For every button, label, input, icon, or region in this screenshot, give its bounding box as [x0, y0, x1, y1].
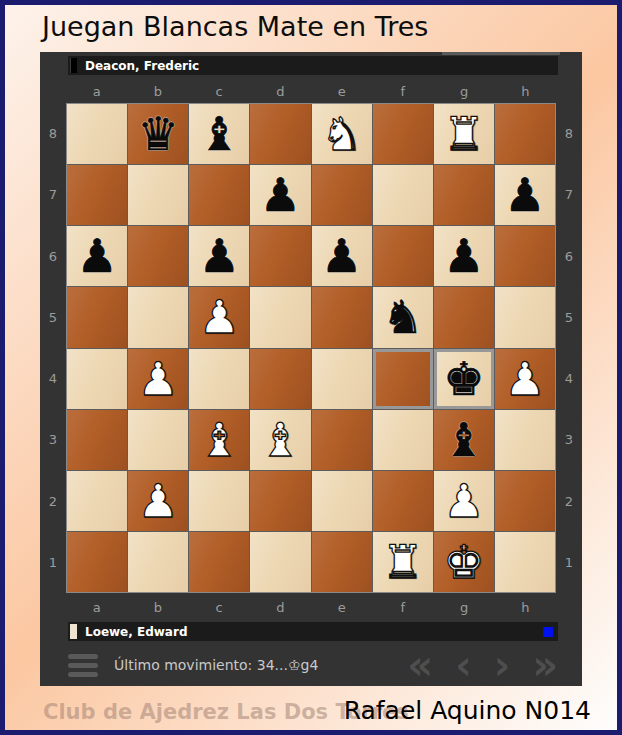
white-bishop-icon: ♝	[199, 417, 240, 463]
file-label-g: g	[434, 79, 495, 103]
black-queen-icon: ♛	[138, 111, 179, 157]
rank-label-5: 5	[40, 287, 66, 348]
file-label-a: a	[66, 79, 127, 103]
square-d2[interactable]	[250, 471, 310, 531]
square-d8[interactable]	[250, 104, 310, 164]
white-king-icon: ♚	[443, 539, 484, 585]
square-h3[interactable]	[495, 410, 555, 470]
square-h6[interactable]	[495, 226, 555, 286]
white-rook-icon: ♜	[382, 539, 423, 585]
square-g2[interactable]: ♟	[434, 471, 494, 531]
square-c5[interactable]: ♟	[189, 287, 249, 347]
file-label-h: h	[495, 79, 556, 103]
hamburger-icon	[68, 672, 98, 677]
square-g7[interactable]	[434, 165, 494, 225]
square-a6[interactable]: ♟	[67, 226, 127, 286]
nav-next-button[interactable]: ›	[494, 645, 510, 685]
black-pawn-icon: ♟	[76, 233, 117, 279]
rank-label-1: 1	[40, 532, 66, 593]
white-pawn-icon: ♟	[138, 356, 179, 402]
move-navigation: «‹›»	[407, 645, 558, 685]
square-g5[interactable]	[434, 287, 494, 347]
black-pawn-icon: ♟	[199, 233, 240, 279]
rank-label-2: 2	[556, 471, 582, 532]
hamburger-icon	[68, 654, 98, 659]
last-move-text: Último movimiento: 34...♔g4	[114, 657, 318, 673]
white-pawn-icon: ♟	[199, 294, 240, 340]
rank-labels-left: 87654321	[40, 103, 66, 593]
square-a4[interactable]	[67, 349, 127, 409]
square-h2[interactable]	[495, 471, 555, 531]
black-side-indicator	[70, 58, 77, 73]
black-pawn-icon: ♟	[260, 172, 301, 218]
file-label-h: h	[495, 595, 556, 619]
square-e2[interactable]	[312, 471, 372, 531]
square-a8[interactable]	[67, 104, 127, 164]
black-knight-icon: ♞	[382, 294, 423, 340]
square-c4[interactable]	[189, 349, 249, 409]
square-h1[interactable]	[495, 532, 555, 592]
white-player-name: Loewe, Edward	[85, 625, 187, 639]
square-b8[interactable]: ♛	[128, 104, 188, 164]
file-label-b: b	[127, 79, 188, 103]
square-g8[interactable]: ♜	[434, 104, 494, 164]
rank-label-4: 4	[556, 348, 582, 409]
black-king-icon: ♚	[443, 356, 484, 402]
rank-label-2: 2	[40, 471, 66, 532]
square-e3[interactable]	[312, 410, 372, 470]
square-c7[interactable]	[189, 165, 249, 225]
square-h8[interactable]	[495, 104, 555, 164]
white-pawn-icon: ♟	[504, 356, 545, 402]
controls-bar: Último movimiento: 34...♔g4 «‹›»	[68, 644, 558, 686]
file-label-b: b	[127, 595, 188, 619]
square-g6[interactable]: ♟	[434, 226, 494, 286]
rank-label-7: 7	[556, 164, 582, 225]
square-a7[interactable]	[67, 165, 127, 225]
player-bar-black: Deacon, Frederic	[68, 56, 558, 75]
black-player-name: Deacon, Frederic	[85, 59, 199, 73]
rank-label-4: 4	[40, 348, 66, 409]
square-h4[interactable]: ♟	[495, 349, 555, 409]
square-c1[interactable]	[189, 532, 249, 592]
square-g1[interactable]: ♚	[434, 532, 494, 592]
file-label-a: a	[66, 595, 127, 619]
player-bar-white: Loewe, Edward	[68, 622, 558, 641]
chess-panel: Deacon, Frederic abcdefgh 87654321 ♛♝♞♜♟…	[40, 52, 582, 686]
nav-previous-button[interactable]: ‹	[455, 645, 471, 685]
square-b5[interactable]	[128, 287, 188, 347]
black-bishop-icon: ♝	[443, 417, 484, 463]
panel-top-strip	[442, 52, 560, 55]
black-pawn-icon: ♟	[321, 233, 362, 279]
square-b7[interactable]	[128, 165, 188, 225]
square-a3[interactable]	[67, 410, 127, 470]
square-h7[interactable]: ♟	[495, 165, 555, 225]
square-h5[interactable]	[495, 287, 555, 347]
square-g4[interactable]: ♚	[434, 349, 494, 409]
square-f7[interactable]	[373, 165, 433, 225]
black-pawn-icon: ♟	[443, 233, 484, 279]
square-f4[interactable]	[373, 349, 433, 409]
file-label-c: c	[189, 79, 250, 103]
file-label-g: g	[434, 595, 495, 619]
black-pawn-icon: ♟	[504, 172, 545, 218]
nav-first-button[interactable]: «	[407, 645, 433, 685]
nav-last-button[interactable]: »	[532, 645, 558, 685]
white-pawn-icon: ♟	[443, 478, 484, 524]
file-label-f: f	[372, 595, 433, 619]
file-label-f: f	[372, 79, 433, 103]
white-bishop-icon: ♝	[260, 417, 301, 463]
square-d3[interactable]: ♝	[250, 410, 310, 470]
rank-label-8: 8	[556, 103, 582, 164]
square-b4[interactable]: ♟	[128, 349, 188, 409]
square-c6[interactable]: ♟	[189, 226, 249, 286]
square-a5[interactable]	[67, 287, 127, 347]
file-labels-top: abcdefgh	[66, 79, 556, 103]
rank-labels-right: 87654321	[556, 103, 582, 593]
rank-label-5: 5	[556, 287, 582, 348]
square-e4[interactable]	[312, 349, 372, 409]
square-e1[interactable]	[312, 532, 372, 592]
black-bishop-icon: ♝	[199, 111, 240, 157]
rank-label-3: 3	[40, 409, 66, 470]
square-a2[interactable]	[67, 471, 127, 531]
square-d4[interactable]	[250, 349, 310, 409]
file-label-e: e	[311, 595, 372, 619]
page: Juegan Blancas Mate en Tres Deacon, Fred…	[5, 5, 617, 730]
square-f5[interactable]: ♞	[373, 287, 433, 347]
square-g3[interactable]: ♝	[434, 410, 494, 470]
square-b3[interactable]	[128, 410, 188, 470]
square-d5[interactable]	[250, 287, 310, 347]
square-e5[interactable]	[312, 287, 372, 347]
square-e7[interactable]	[312, 165, 372, 225]
white-pawn-icon: ♟	[138, 478, 179, 524]
square-f1[interactable]: ♜	[373, 532, 433, 592]
author-label: Rafael Aquino N014	[344, 696, 591, 725]
square-d1[interactable]	[250, 532, 310, 592]
rank-label-8: 8	[40, 103, 66, 164]
white-knight-icon: ♞	[321, 111, 362, 157]
square-f3[interactable]	[373, 410, 433, 470]
square-f6[interactable]	[373, 226, 433, 286]
square-d6[interactable]	[250, 226, 310, 286]
file-label-d: d	[250, 79, 311, 103]
rank-label-6: 6	[556, 226, 582, 287]
file-label-c: c	[189, 595, 250, 619]
square-e8[interactable]: ♞	[312, 104, 372, 164]
square-c2[interactable]	[189, 471, 249, 531]
square-a1[interactable]	[67, 532, 127, 592]
file-label-e: e	[311, 79, 372, 103]
white-rook-icon: ♜	[443, 111, 484, 157]
turn-indicator	[543, 627, 553, 637]
square-c8[interactable]: ♝	[189, 104, 249, 164]
file-labels-bottom: abcdefgh	[66, 595, 556, 619]
rank-label-3: 3	[556, 409, 582, 470]
white-side-indicator	[70, 624, 77, 639]
square-b6[interactable]	[128, 226, 188, 286]
puzzle-title: Juegan Blancas Mate en Tres	[42, 11, 428, 42]
square-c3[interactable]: ♝	[189, 410, 249, 470]
rank-label-6: 6	[40, 226, 66, 287]
hamburger-icon	[68, 663, 98, 668]
menu-button[interactable]	[68, 654, 98, 677]
square-b2[interactable]: ♟	[128, 471, 188, 531]
square-e6[interactable]: ♟	[312, 226, 372, 286]
square-b1[interactable]	[128, 532, 188, 592]
square-d7[interactable]: ♟	[250, 165, 310, 225]
square-f8[interactable]	[373, 104, 433, 164]
rank-label-1: 1	[556, 532, 582, 593]
square-f2[interactable]	[373, 471, 433, 531]
file-label-d: d	[250, 595, 311, 619]
chess-board: ♛♝♞♜♟♟♟♟♟♟♟♞♟♚♟♝♝♝♟♟♜♚	[66, 103, 556, 593]
rank-label-7: 7	[40, 164, 66, 225]
